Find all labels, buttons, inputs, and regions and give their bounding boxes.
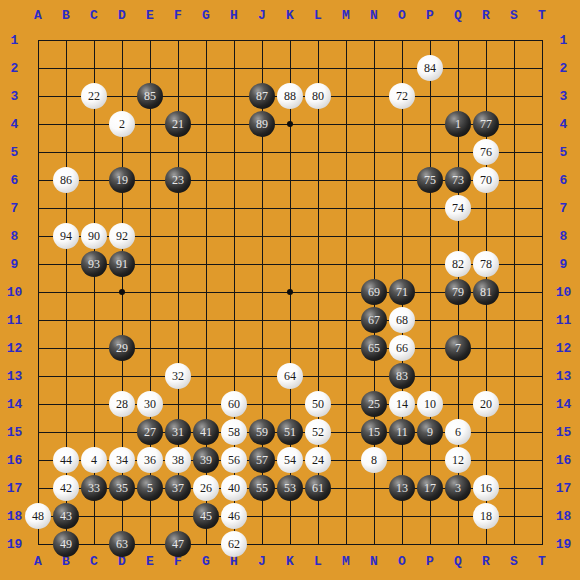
intersection-J17[interactable]: 55	[248, 474, 276, 502]
intersection-C8[interactable]: 90	[80, 222, 108, 250]
intersection-M6[interactable]	[332, 166, 360, 194]
intersection-J1[interactable]	[248, 26, 276, 54]
black-stone-13[interactable]: 13	[389, 475, 415, 501]
intersection-C12[interactable]	[80, 334, 108, 362]
intersection-Q14[interactable]	[444, 390, 472, 418]
intersection-A12[interactable]	[24, 334, 52, 362]
intersection-Q18[interactable]	[444, 502, 472, 530]
intersection-B3[interactable]	[52, 82, 80, 110]
intersection-K4[interactable]	[276, 110, 304, 138]
intersection-R18[interactable]: 18	[472, 502, 500, 530]
white-stone-76[interactable]: 76	[473, 139, 499, 165]
intersection-O8[interactable]	[388, 222, 416, 250]
intersection-J3[interactable]: 87	[248, 82, 276, 110]
intersection-A19[interactable]	[24, 530, 52, 558]
intersection-L13[interactable]	[304, 362, 332, 390]
intersection-O14[interactable]: 14	[388, 390, 416, 418]
intersection-O9[interactable]	[388, 250, 416, 278]
intersection-K10[interactable]	[276, 278, 304, 306]
intersection-R2[interactable]	[472, 54, 500, 82]
black-stone-29[interactable]: 29	[109, 335, 135, 361]
intersection-R17[interactable]: 16	[472, 474, 500, 502]
intersection-S9[interactable]	[500, 250, 528, 278]
intersection-P16[interactable]	[416, 446, 444, 474]
intersection-A18[interactable]: 48	[24, 502, 52, 530]
intersection-H11[interactable]	[220, 306, 248, 334]
black-stone-77[interactable]: 77	[473, 111, 499, 137]
intersection-H3[interactable]	[220, 82, 248, 110]
black-stone-59[interactable]: 59	[249, 419, 275, 445]
intersection-T16[interactable]	[528, 446, 556, 474]
intersection-Q15[interactable]: 6	[444, 418, 472, 446]
intersection-N12[interactable]: 65	[360, 334, 388, 362]
white-stone-2[interactable]: 2	[109, 111, 135, 137]
black-stone-43[interactable]: 43	[53, 503, 79, 529]
white-stone-30[interactable]: 30	[137, 391, 163, 417]
intersection-A15[interactable]	[24, 418, 52, 446]
intersection-F3[interactable]	[164, 82, 192, 110]
intersection-B19[interactable]: 49	[52, 530, 80, 558]
intersection-R12[interactable]	[472, 334, 500, 362]
intersection-L19[interactable]	[304, 530, 332, 558]
intersection-A2[interactable]	[24, 54, 52, 82]
intersection-K5[interactable]	[276, 138, 304, 166]
intersection-L10[interactable]	[304, 278, 332, 306]
intersection-Q1[interactable]	[444, 26, 472, 54]
intersection-N10[interactable]: 69	[360, 278, 388, 306]
intersection-D16[interactable]: 34	[108, 446, 136, 474]
intersection-E8[interactable]	[136, 222, 164, 250]
white-stone-6[interactable]: 6	[445, 419, 471, 445]
intersection-H13[interactable]	[220, 362, 248, 390]
intersection-H6[interactable]	[220, 166, 248, 194]
white-stone-90[interactable]: 90	[81, 223, 107, 249]
intersection-T4[interactable]	[528, 110, 556, 138]
white-stone-52[interactable]: 52	[305, 419, 331, 445]
intersection-S6[interactable]	[500, 166, 528, 194]
white-stone-86[interactable]: 86	[53, 167, 79, 193]
intersection-B10[interactable]	[52, 278, 80, 306]
intersection-F16[interactable]: 38	[164, 446, 192, 474]
intersection-D8[interactable]: 92	[108, 222, 136, 250]
intersection-K19[interactable]	[276, 530, 304, 558]
intersection-N17[interactable]	[360, 474, 388, 502]
intersection-L7[interactable]	[304, 194, 332, 222]
intersection-T9[interactable]	[528, 250, 556, 278]
intersection-O1[interactable]	[388, 26, 416, 54]
intersection-C17[interactable]: 33	[80, 474, 108, 502]
intersection-E17[interactable]: 5	[136, 474, 164, 502]
intersection-S8[interactable]	[500, 222, 528, 250]
intersection-E11[interactable]	[136, 306, 164, 334]
black-stone-79[interactable]: 79	[445, 279, 471, 305]
intersection-T7[interactable]	[528, 194, 556, 222]
intersection-P7[interactable]	[416, 194, 444, 222]
intersection-F2[interactable]	[164, 54, 192, 82]
intersection-K12[interactable]	[276, 334, 304, 362]
intersection-S7[interactable]	[500, 194, 528, 222]
intersection-O2[interactable]	[388, 54, 416, 82]
intersection-T15[interactable]	[528, 418, 556, 446]
intersection-H16[interactable]: 56	[220, 446, 248, 474]
white-stone-68[interactable]: 68	[389, 307, 415, 333]
intersection-R7[interactable]	[472, 194, 500, 222]
white-stone-26[interactable]: 26	[193, 475, 219, 501]
white-stone-32[interactable]: 32	[165, 363, 191, 389]
intersection-P2[interactable]: 84	[416, 54, 444, 82]
intersection-K15[interactable]: 51	[276, 418, 304, 446]
intersection-C10[interactable]	[80, 278, 108, 306]
white-stone-34[interactable]: 34	[109, 447, 135, 473]
intersection-J19[interactable]	[248, 530, 276, 558]
intersection-P11[interactable]	[416, 306, 444, 334]
intersection-L18[interactable]	[304, 502, 332, 530]
intersection-P18[interactable]	[416, 502, 444, 530]
intersection-F19[interactable]: 47	[164, 530, 192, 558]
intersection-F10[interactable]	[164, 278, 192, 306]
intersection-C2[interactable]	[80, 54, 108, 82]
black-stone-87[interactable]: 87	[249, 83, 275, 109]
intersection-B1[interactable]	[52, 26, 80, 54]
intersection-T5[interactable]	[528, 138, 556, 166]
intersection-O10[interactable]: 71	[388, 278, 416, 306]
intersection-T6[interactable]	[528, 166, 556, 194]
intersection-L16[interactable]: 24	[304, 446, 332, 474]
intersection-O11[interactable]: 68	[388, 306, 416, 334]
intersection-M5[interactable]	[332, 138, 360, 166]
black-stone-23[interactable]: 23	[165, 167, 191, 193]
intersection-N14[interactable]: 25	[360, 390, 388, 418]
intersection-S12[interactable]	[500, 334, 528, 362]
intersection-H10[interactable]	[220, 278, 248, 306]
white-stone-36[interactable]: 36	[137, 447, 163, 473]
black-stone-17[interactable]: 17	[417, 475, 443, 501]
white-stone-8[interactable]: 8	[361, 447, 387, 473]
intersection-S15[interactable]	[500, 418, 528, 446]
intersection-A4[interactable]	[24, 110, 52, 138]
intersection-F12[interactable]	[164, 334, 192, 362]
intersection-Q13[interactable]	[444, 362, 472, 390]
white-stone-82[interactable]: 82	[445, 251, 471, 277]
intersection-S5[interactable]	[500, 138, 528, 166]
intersection-B11[interactable]	[52, 306, 80, 334]
intersection-H7[interactable]	[220, 194, 248, 222]
intersection-R14[interactable]: 20	[472, 390, 500, 418]
white-stone-74[interactable]: 74	[445, 195, 471, 221]
white-stone-56[interactable]: 56	[221, 447, 247, 473]
intersection-N18[interactable]	[360, 502, 388, 530]
intersection-C15[interactable]	[80, 418, 108, 446]
black-stone-63[interactable]: 63	[109, 531, 135, 557]
intersection-P9[interactable]	[416, 250, 444, 278]
intersection-N13[interactable]	[360, 362, 388, 390]
white-stone-60[interactable]: 60	[221, 391, 247, 417]
intersection-O12[interactable]: 66	[388, 334, 416, 362]
intersection-M12[interactable]	[332, 334, 360, 362]
intersection-E16[interactable]: 36	[136, 446, 164, 474]
intersection-B12[interactable]	[52, 334, 80, 362]
intersection-B2[interactable]	[52, 54, 80, 82]
white-stone-4[interactable]: 4	[81, 447, 107, 473]
intersection-B4[interactable]	[52, 110, 80, 138]
black-stone-81[interactable]: 81	[473, 279, 499, 305]
intersection-N7[interactable]	[360, 194, 388, 222]
black-stone-67[interactable]: 67	[361, 307, 387, 333]
intersection-S10[interactable]	[500, 278, 528, 306]
intersection-D17[interactable]: 35	[108, 474, 136, 502]
black-stone-47[interactable]: 47	[165, 531, 191, 557]
intersection-M3[interactable]	[332, 82, 360, 110]
intersection-N11[interactable]: 67	[360, 306, 388, 334]
intersection-N2[interactable]	[360, 54, 388, 82]
intersection-C9[interactable]: 93	[80, 250, 108, 278]
intersection-J6[interactable]	[248, 166, 276, 194]
intersection-E1[interactable]	[136, 26, 164, 54]
intersection-M16[interactable]	[332, 446, 360, 474]
intersection-M18[interactable]	[332, 502, 360, 530]
intersection-S19[interactable]	[500, 530, 528, 558]
black-stone-25[interactable]: 25	[361, 391, 387, 417]
white-stone-88[interactable]: 88	[277, 83, 303, 109]
intersection-A5[interactable]	[24, 138, 52, 166]
intersection-C19[interactable]	[80, 530, 108, 558]
intersection-Q12[interactable]: 7	[444, 334, 472, 362]
intersection-D11[interactable]	[108, 306, 136, 334]
white-stone-10[interactable]: 10	[417, 391, 443, 417]
intersection-D10[interactable]	[108, 278, 136, 306]
intersection-D1[interactable]	[108, 26, 136, 54]
intersection-O18[interactable]	[388, 502, 416, 530]
intersection-S11[interactable]	[500, 306, 528, 334]
intersection-Q3[interactable]	[444, 82, 472, 110]
black-stone-75[interactable]: 75	[417, 167, 443, 193]
intersection-S18[interactable]	[500, 502, 528, 530]
white-stone-18[interactable]: 18	[473, 503, 499, 529]
black-stone-35[interactable]: 35	[109, 475, 135, 501]
intersection-H4[interactable]	[220, 110, 248, 138]
intersection-Q16[interactable]: 12	[444, 446, 472, 474]
black-stone-31[interactable]: 31	[165, 419, 191, 445]
intersection-P1[interactable]	[416, 26, 444, 54]
intersection-P17[interactable]: 17	[416, 474, 444, 502]
intersection-F11[interactable]	[164, 306, 192, 334]
intersection-D2[interactable]	[108, 54, 136, 82]
intersection-T2[interactable]	[528, 54, 556, 82]
intersection-F18[interactable]	[164, 502, 192, 530]
intersection-J9[interactable]	[248, 250, 276, 278]
intersection-F9[interactable]	[164, 250, 192, 278]
intersection-P6[interactable]: 75	[416, 166, 444, 194]
intersection-M1[interactable]	[332, 26, 360, 54]
white-stone-24[interactable]: 24	[305, 447, 331, 473]
intersection-K14[interactable]	[276, 390, 304, 418]
intersection-Q11[interactable]	[444, 306, 472, 334]
intersection-C5[interactable]	[80, 138, 108, 166]
intersection-J10[interactable]	[248, 278, 276, 306]
intersection-S2[interactable]	[500, 54, 528, 82]
intersection-D4[interactable]: 2	[108, 110, 136, 138]
intersection-H2[interactable]	[220, 54, 248, 82]
intersection-K11[interactable]	[276, 306, 304, 334]
black-stone-11[interactable]: 11	[389, 419, 415, 445]
intersection-B17[interactable]: 42	[52, 474, 80, 502]
intersection-O13[interactable]: 83	[388, 362, 416, 390]
intersection-F8[interactable]	[164, 222, 192, 250]
intersection-K8[interactable]	[276, 222, 304, 250]
intersection-E13[interactable]	[136, 362, 164, 390]
intersection-J14[interactable]	[248, 390, 276, 418]
white-stone-42[interactable]: 42	[53, 475, 79, 501]
intersection-G5[interactable]	[192, 138, 220, 166]
intersection-M2[interactable]	[332, 54, 360, 82]
black-stone-69[interactable]: 69	[361, 279, 387, 305]
white-stone-50[interactable]: 50	[305, 391, 331, 417]
intersection-Q19[interactable]	[444, 530, 472, 558]
intersection-C4[interactable]	[80, 110, 108, 138]
white-stone-58[interactable]: 58	[221, 419, 247, 445]
white-stone-54[interactable]: 54	[277, 447, 303, 473]
intersection-C6[interactable]	[80, 166, 108, 194]
intersection-R5[interactable]: 76	[472, 138, 500, 166]
intersection-E12[interactable]	[136, 334, 164, 362]
intersection-L1[interactable]	[304, 26, 332, 54]
intersection-H5[interactable]	[220, 138, 248, 166]
intersection-A10[interactable]	[24, 278, 52, 306]
intersection-C18[interactable]	[80, 502, 108, 530]
white-stone-38[interactable]: 38	[165, 447, 191, 473]
intersection-J16[interactable]: 57	[248, 446, 276, 474]
intersection-G14[interactable]	[192, 390, 220, 418]
intersection-H19[interactable]: 62	[220, 530, 248, 558]
intersection-L2[interactable]	[304, 54, 332, 82]
intersection-L12[interactable]	[304, 334, 332, 362]
intersection-S4[interactable]	[500, 110, 528, 138]
intersection-A11[interactable]	[24, 306, 52, 334]
intersection-E14[interactable]: 30	[136, 390, 164, 418]
intersection-P13[interactable]	[416, 362, 444, 390]
intersection-P14[interactable]: 10	[416, 390, 444, 418]
intersection-J18[interactable]	[248, 502, 276, 530]
intersection-A7[interactable]	[24, 194, 52, 222]
white-stone-16[interactable]: 16	[473, 475, 499, 501]
intersection-E5[interactable]	[136, 138, 164, 166]
intersection-N6[interactable]	[360, 166, 388, 194]
intersection-B6[interactable]: 86	[52, 166, 80, 194]
intersection-P8[interactable]	[416, 222, 444, 250]
white-stone-66[interactable]: 66	[389, 335, 415, 361]
black-stone-9[interactable]: 9	[417, 419, 443, 445]
intersection-O3[interactable]: 72	[388, 82, 416, 110]
intersection-O16[interactable]	[388, 446, 416, 474]
intersection-L8[interactable]	[304, 222, 332, 250]
black-stone-7[interactable]: 7	[445, 335, 471, 361]
intersection-B8[interactable]: 94	[52, 222, 80, 250]
black-stone-41[interactable]: 41	[193, 419, 219, 445]
intersection-C11[interactable]	[80, 306, 108, 334]
intersection-T19[interactable]	[528, 530, 556, 558]
intersection-M14[interactable]	[332, 390, 360, 418]
intersection-H17[interactable]: 40	[220, 474, 248, 502]
intersection-M17[interactable]	[332, 474, 360, 502]
intersection-B15[interactable]	[52, 418, 80, 446]
intersection-D13[interactable]	[108, 362, 136, 390]
intersection-E3[interactable]: 85	[136, 82, 164, 110]
intersection-T3[interactable]	[528, 82, 556, 110]
black-stone-37[interactable]: 37	[165, 475, 191, 501]
black-stone-45[interactable]: 45	[193, 503, 219, 529]
intersection-A6[interactable]	[24, 166, 52, 194]
intersection-M10[interactable]	[332, 278, 360, 306]
intersection-D19[interactable]: 63	[108, 530, 136, 558]
intersection-L6[interactable]	[304, 166, 332, 194]
intersection-J13[interactable]	[248, 362, 276, 390]
intersection-Q6[interactable]: 73	[444, 166, 472, 194]
intersection-Q2[interactable]	[444, 54, 472, 82]
intersection-Q4[interactable]: 1	[444, 110, 472, 138]
intersection-R8[interactable]	[472, 222, 500, 250]
intersection-P10[interactable]	[416, 278, 444, 306]
black-stone-19[interactable]: 19	[109, 167, 135, 193]
intersection-E19[interactable]	[136, 530, 164, 558]
intersection-G1[interactable]	[192, 26, 220, 54]
intersection-N8[interactable]	[360, 222, 388, 250]
intersection-D3[interactable]	[108, 82, 136, 110]
intersection-P12[interactable]	[416, 334, 444, 362]
intersection-T13[interactable]	[528, 362, 556, 390]
intersection-B18[interactable]: 43	[52, 502, 80, 530]
intersection-F4[interactable]: 21	[164, 110, 192, 138]
intersection-F6[interactable]: 23	[164, 166, 192, 194]
intersection-O17[interactable]: 13	[388, 474, 416, 502]
white-stone-94[interactable]: 94	[53, 223, 79, 249]
intersection-C1[interactable]	[80, 26, 108, 54]
black-stone-61[interactable]: 61	[305, 475, 331, 501]
intersection-F15[interactable]: 31	[164, 418, 192, 446]
black-stone-55[interactable]: 55	[249, 475, 275, 501]
intersection-G6[interactable]	[192, 166, 220, 194]
intersection-T14[interactable]	[528, 390, 556, 418]
white-stone-40[interactable]: 40	[221, 475, 247, 501]
intersection-L14[interactable]: 50	[304, 390, 332, 418]
intersection-Q8[interactable]	[444, 222, 472, 250]
intersection-R10[interactable]: 81	[472, 278, 500, 306]
black-stone-57[interactable]: 57	[249, 447, 275, 473]
intersection-O5[interactable]	[388, 138, 416, 166]
intersection-K17[interactable]: 53	[276, 474, 304, 502]
intersection-P4[interactable]	[416, 110, 444, 138]
intersection-D18[interactable]	[108, 502, 136, 530]
white-stone-78[interactable]: 78	[473, 251, 499, 277]
intersection-H9[interactable]	[220, 250, 248, 278]
intersection-E10[interactable]	[136, 278, 164, 306]
black-stone-3[interactable]: 3	[445, 475, 471, 501]
intersection-D7[interactable]	[108, 194, 136, 222]
intersection-G3[interactable]	[192, 82, 220, 110]
intersection-F5[interactable]	[164, 138, 192, 166]
intersection-T1[interactable]	[528, 26, 556, 54]
intersection-G15[interactable]: 41	[192, 418, 220, 446]
intersection-M8[interactable]	[332, 222, 360, 250]
intersection-T8[interactable]	[528, 222, 556, 250]
intersection-A3[interactable]	[24, 82, 52, 110]
black-stone-21[interactable]: 21	[165, 111, 191, 137]
black-stone-93[interactable]: 93	[81, 251, 107, 277]
white-stone-20[interactable]: 20	[473, 391, 499, 417]
intersection-A16[interactable]	[24, 446, 52, 474]
intersection-L4[interactable]	[304, 110, 332, 138]
black-stone-1[interactable]: 1	[445, 111, 471, 137]
intersection-G9[interactable]	[192, 250, 220, 278]
